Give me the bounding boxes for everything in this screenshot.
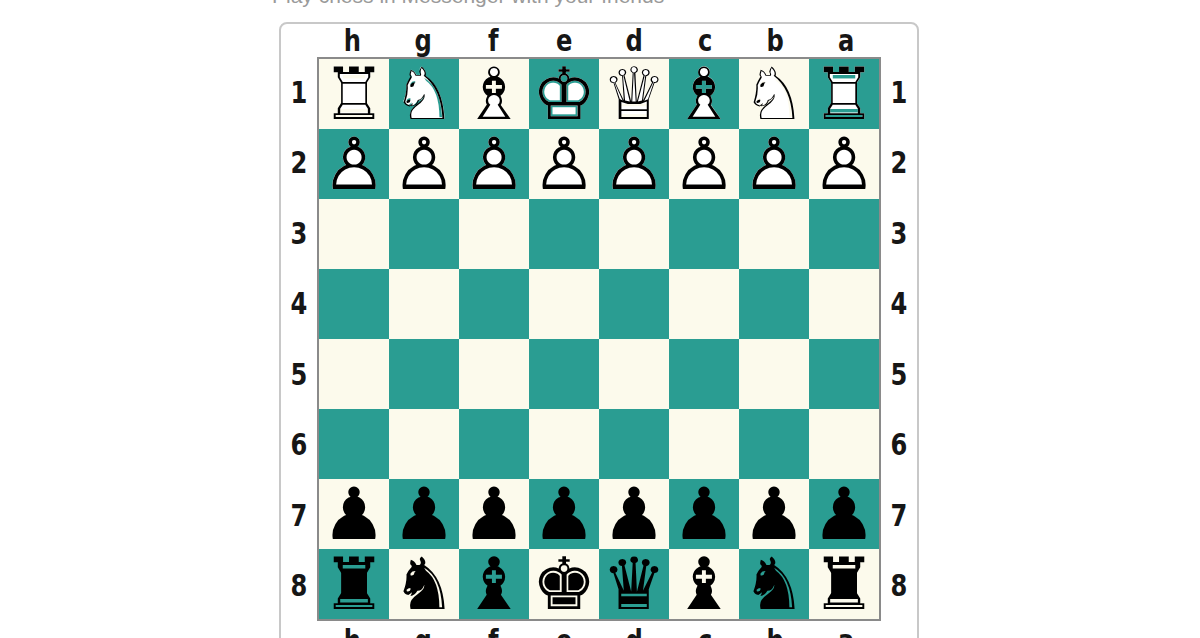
rank-label-1: 1 [885,57,913,128]
rank-label-7: 7 [285,480,313,551]
square-g4[interactable] [389,269,459,339]
piece-glyph-outline: ♙ [669,129,739,199]
square-h8[interactable]: ♜ [319,549,389,619]
piece-black-pawn[interactable]: ♟ [809,479,879,549]
piece-black-pawn[interactable]: ♟ [739,479,809,549]
piece-white-knight[interactable]: ♞♘ [739,59,809,129]
square-e7[interactable]: ♟ [529,479,599,549]
piece-white-pawn[interactable]: ♟♙ [599,129,669,199]
square-d3[interactable] [599,199,669,269]
piece-glyph-fill: ♟ [459,479,529,549]
rank-label-6: 6 [285,410,313,481]
piece-glyph-outline: ♗ [669,59,739,129]
rank-label-4: 4 [285,269,313,340]
square-b4[interactable] [739,269,809,339]
square-a7[interactable]: ♟ [809,479,879,549]
rank-label-7: 7 [885,480,913,551]
piece-glyph-fill: ♞ [739,549,809,619]
rank-labels-left: 12345678 [281,57,317,621]
piece-glyph-outline: ♙ [529,129,599,199]
square-c1[interactable]: ♝♗ [669,59,739,129]
piece-black-king[interactable]: ♚ [529,549,599,619]
piece-white-pawn[interactable]: ♟♙ [809,129,879,199]
piece-glyph-outline: ♗ [459,59,529,129]
square-b2[interactable]: ♟♙ [739,129,809,199]
piece-glyph-outline: ♙ [809,129,879,199]
piece-white-rook[interactable]: ♜♖ [319,59,389,129]
piece-white-pawn[interactable]: ♟♙ [389,129,459,199]
file-label-d: d [607,621,662,638]
square-d1[interactable]: ♛♕ [599,59,669,129]
square-g1[interactable]: ♞♘ [389,59,459,129]
piece-glyph-fill: ♟ [529,479,599,549]
piece-white-rook[interactable]: ♜♖ [809,59,879,129]
board-grid: ♜♖♞♘♝♗♚♔♛♕♝♗♞♘♜♖♟♙♟♙♟♙♟♙♟♙♟♙♟♙♟♙♟♟♟♟♟♟♟♟… [317,57,881,621]
piece-glyph-outline: ♕ [599,59,669,129]
piece-black-queen[interactable]: ♛ [599,549,669,619]
piece-glyph-outline: ♙ [739,129,809,199]
piece-black-bishop[interactable]: ♝ [459,549,529,619]
square-e6[interactable] [529,409,599,479]
piece-black-pawn[interactable]: ♟ [529,479,599,549]
square-c4[interactable] [669,269,739,339]
file-label-f: f [466,621,521,638]
square-f7[interactable]: ♟ [459,479,529,549]
piece-glyph-fill: ♟ [599,479,669,549]
piece-black-knight[interactable]: ♞ [739,549,809,619]
file-label-b: b [748,621,803,638]
square-b6[interactable] [739,409,809,479]
rank-label-2: 2 [885,128,913,199]
square-f5[interactable] [459,339,529,409]
square-e2[interactable]: ♟♙ [529,129,599,199]
square-b7[interactable]: ♟ [739,479,809,549]
piece-black-rook[interactable]: ♜ [319,549,389,619]
square-g5[interactable] [389,339,459,409]
file-label-g: g [395,621,450,638]
piece-glyph-outline: ♖ [319,59,389,129]
piece-glyph-fill: ♜ [319,549,389,619]
piece-white-pawn[interactable]: ♟♙ [319,129,389,199]
piece-glyph-outline: ♘ [389,59,459,129]
file-label-h: h [325,621,380,638]
square-f4[interactable] [459,269,529,339]
piece-white-bishop[interactable]: ♝♗ [669,59,739,129]
piece-glyph-fill: ♟ [739,479,809,549]
square-f3[interactable] [459,199,529,269]
square-a4[interactable] [809,269,879,339]
piece-white-pawn[interactable]: ♟♙ [739,129,809,199]
square-h5[interactable] [319,339,389,409]
piece-glyph-fill: ♞ [389,549,459,619]
piece-black-pawn[interactable]: ♟ [669,479,739,549]
square-c6[interactable] [669,409,739,479]
square-e3[interactable] [529,199,599,269]
rank-label-5: 5 [885,339,913,410]
square-g8[interactable]: ♞ [389,549,459,619]
square-f2[interactable]: ♟♙ [459,129,529,199]
square-a8[interactable]: ♜ [809,549,879,619]
piece-black-bishop[interactable]: ♝ [669,549,739,619]
piece-white-pawn[interactable]: ♟♙ [459,129,529,199]
square-h4[interactable] [319,269,389,339]
square-c3[interactable] [669,199,739,269]
square-h1[interactable]: ♜♖ [319,59,389,129]
piece-black-knight[interactable]: ♞ [389,549,459,619]
square-g6[interactable] [389,409,459,479]
square-d2[interactable]: ♟♙ [599,129,669,199]
square-g2[interactable]: ♟♙ [389,129,459,199]
piece-white-king[interactable]: ♚♔ [529,59,599,129]
rank-label-1: 1 [285,57,313,128]
rank-label-4: 4 [885,269,913,340]
piece-glyph-outline: ♙ [389,129,459,199]
rank-label-5: 5 [285,339,313,410]
rank-label-8: 8 [885,551,913,622]
piece-glyph-outline: ♘ [739,59,809,129]
square-e8[interactable]: ♚ [529,549,599,619]
square-c2[interactable]: ♟♙ [669,129,739,199]
file-label-e: e [536,621,591,638]
square-a6[interactable] [809,409,879,479]
piece-glyph-outline: ♙ [459,129,529,199]
piece-glyph-outline: ♙ [599,129,669,199]
piece-white-bishop[interactable]: ♝♗ [459,59,529,129]
square-g3[interactable] [389,199,459,269]
square-c8[interactable]: ♝ [669,549,739,619]
square-c7[interactable]: ♟ [669,479,739,549]
chess-board-panel: hgfedcba 12345678 12345678 ♜♖♞♘♝♗♚♔♛♕♝♗♞… [279,22,919,638]
piece-glyph-outline: ♔ [529,59,599,129]
square-d8[interactable]: ♛ [599,549,669,619]
square-f8[interactable]: ♝ [459,549,529,619]
square-h6[interactable] [319,409,389,479]
piece-glyph-fill: ♝ [459,549,529,619]
rank-labels-right: 12345678 [881,57,917,621]
piece-white-knight[interactable]: ♞♘ [389,59,459,129]
rank-label-2: 2 [285,128,313,199]
square-g7[interactable]: ♟ [389,479,459,549]
piece-glyph-outline: ♖ [809,59,879,129]
piece-glyph-fill: ♛ [599,549,669,619]
square-h7[interactable]: ♟ [319,479,389,549]
square-a2[interactable]: ♟♙ [809,129,879,199]
piece-white-queen[interactable]: ♛♕ [599,59,669,129]
piece-black-pawn[interactable]: ♟ [319,479,389,549]
piece-glyph-fill: ♟ [809,479,879,549]
piece-white-pawn[interactable]: ♟♙ [529,129,599,199]
square-e1[interactable]: ♚♔ [529,59,599,129]
piece-glyph-fill: ♟ [389,479,459,549]
caption: Play chess in Messenger with your friend… [272,0,664,8]
piece-white-pawn[interactable]: ♟♙ [669,129,739,199]
rank-label-8: 8 [285,551,313,622]
square-a1[interactable]: ♜♖ [809,59,879,129]
square-a5[interactable] [809,339,879,409]
piece-glyph-fill: ♝ [669,549,739,619]
piece-black-rook[interactable]: ♜ [809,549,879,619]
piece-glyph-fill: ♜ [809,549,879,619]
piece-glyph-fill: ♟ [669,479,739,549]
piece-glyph-fill: ♟ [319,479,389,549]
square-a3[interactable] [809,199,879,269]
square-f6[interactable] [459,409,529,479]
piece-glyph-fill: ♚ [529,549,599,619]
square-c5[interactable] [669,339,739,409]
rank-label-3: 3 [885,198,913,269]
square-d7[interactable]: ♟ [599,479,669,549]
square-b1[interactable]: ♞♘ [739,59,809,129]
square-d6[interactable] [599,409,669,479]
square-b8[interactable]: ♞ [739,549,809,619]
square-d5[interactable] [599,339,669,409]
square-b3[interactable] [739,199,809,269]
file-labels-bottom: hgfedcba [317,621,881,638]
piece-black-pawn[interactable]: ♟ [459,479,529,549]
piece-glyph-outline: ♙ [319,129,389,199]
square-d4[interactable] [599,269,669,339]
square-b5[interactable] [739,339,809,409]
file-label-a: a [818,621,873,638]
rank-label-6: 6 [885,410,913,481]
piece-black-pawn[interactable]: ♟ [389,479,459,549]
square-h2[interactable]: ♟♙ [319,129,389,199]
square-h3[interactable] [319,199,389,269]
file-label-c: c [677,621,732,638]
piece-black-pawn[interactable]: ♟ [599,479,669,549]
square-e5[interactable] [529,339,599,409]
square-f1[interactable]: ♝♗ [459,59,529,129]
square-e4[interactable] [529,269,599,339]
rank-label-3: 3 [285,198,313,269]
